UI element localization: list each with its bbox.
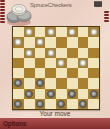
board-square[interactable] <box>24 78 35 88</box>
board-square[interactable] <box>35 48 46 58</box>
board-square[interactable] <box>78 48 89 58</box>
board-square[interactable] <box>45 68 56 78</box>
board-square[interactable] <box>35 78 46 88</box>
board-square[interactable] <box>88 68 99 78</box>
board-square[interactable] <box>24 27 35 37</box>
board-square[interactable] <box>88 89 99 99</box>
board-square[interactable] <box>13 27 24 37</box>
white-man[interactable] <box>25 49 33 57</box>
board-square[interactable] <box>78 99 89 109</box>
board-square[interactable] <box>56 37 67 47</box>
board-square[interactable] <box>13 78 24 88</box>
black-man[interactable] <box>36 100 44 108</box>
board-square[interactable] <box>35 99 46 109</box>
board-square[interactable] <box>45 37 56 47</box>
white-man[interactable] <box>36 38 44 46</box>
options-softkey[interactable]: Options <box>3 120 26 127</box>
board-square[interactable] <box>35 37 46 47</box>
board-square[interactable] <box>88 48 99 58</box>
board-square[interactable] <box>24 99 35 109</box>
black-man[interactable] <box>90 90 98 98</box>
board-square[interactable] <box>67 68 78 78</box>
board-square[interactable] <box>67 27 78 37</box>
softkey-bar: Options <box>0 118 110 129</box>
board-square[interactable] <box>45 58 56 68</box>
board-square[interactable] <box>24 89 35 99</box>
white-man[interactable] <box>79 59 87 67</box>
board-square[interactable] <box>24 37 35 47</box>
board-square[interactable] <box>78 27 89 37</box>
board-square[interactable] <box>67 37 78 47</box>
move-status-text: Your move <box>0 110 110 117</box>
board-square[interactable] <box>13 89 24 99</box>
board-square[interactable] <box>56 68 67 78</box>
white-man[interactable] <box>90 28 98 36</box>
board-square[interactable] <box>56 89 67 99</box>
board-square[interactable] <box>13 37 24 47</box>
board-square[interactable] <box>88 78 99 88</box>
board-square[interactable] <box>67 58 78 68</box>
board-square[interactable] <box>24 48 35 58</box>
board-square[interactable] <box>56 58 67 68</box>
board-square[interactable] <box>45 78 56 88</box>
board-square[interactable] <box>88 58 99 68</box>
board-square[interactable] <box>35 68 46 78</box>
checkers-stack-icon <box>6 2 33 27</box>
board-square[interactable] <box>35 89 46 99</box>
board-square[interactable] <box>24 68 35 78</box>
board-square[interactable] <box>45 99 56 109</box>
battery-icon <box>94 1 102 7</box>
board-square[interactable] <box>78 37 89 47</box>
board-square[interactable] <box>13 68 24 78</box>
black-man[interactable] <box>79 100 87 108</box>
board-square[interactable] <box>56 27 67 37</box>
board-square[interactable] <box>13 48 24 58</box>
board-square[interactable] <box>13 58 24 68</box>
white-man[interactable] <box>47 28 55 36</box>
board-square[interactable] <box>35 58 46 68</box>
board-square[interactable] <box>13 99 24 109</box>
white-man[interactable] <box>47 49 55 57</box>
app-title: SpruceCheckers <box>30 2 72 9</box>
white-man[interactable] <box>14 38 22 46</box>
board-square[interactable] <box>67 78 78 88</box>
board-square[interactable] <box>56 99 67 109</box>
black-man[interactable] <box>47 90 55 98</box>
board <box>12 26 100 110</box>
signal-strength-bars <box>0 0 5 24</box>
white-man[interactable] <box>25 28 33 36</box>
board-square[interactable] <box>45 48 56 58</box>
board-square[interactable] <box>24 58 35 68</box>
black-man[interactable] <box>25 90 33 98</box>
board-square[interactable] <box>78 68 89 78</box>
white-man[interactable] <box>68 28 76 36</box>
board-square[interactable] <box>88 99 99 109</box>
board-square[interactable] <box>45 27 56 37</box>
board-square[interactable] <box>78 89 89 99</box>
black-man[interactable] <box>36 79 44 87</box>
board-square[interactable] <box>78 58 89 68</box>
black-man[interactable] <box>14 79 22 87</box>
phone-screen: SpruceCheckers Your move Options <box>0 0 110 129</box>
board-square[interactable] <box>56 78 67 88</box>
black-man[interactable] <box>14 100 22 108</box>
board-square[interactable] <box>78 78 89 88</box>
board-square[interactable] <box>56 48 67 58</box>
board-square[interactable] <box>67 89 78 99</box>
white-man[interactable] <box>57 59 65 67</box>
board-square[interactable] <box>88 27 99 37</box>
board-square[interactable] <box>88 37 99 47</box>
board-square[interactable] <box>67 48 78 58</box>
black-man[interactable] <box>57 100 65 108</box>
board-square[interactable] <box>45 89 56 99</box>
board-square[interactable] <box>67 99 78 109</box>
board-square[interactable] <box>35 27 46 37</box>
black-man[interactable] <box>68 90 76 98</box>
battery-level-bars <box>104 11 109 24</box>
